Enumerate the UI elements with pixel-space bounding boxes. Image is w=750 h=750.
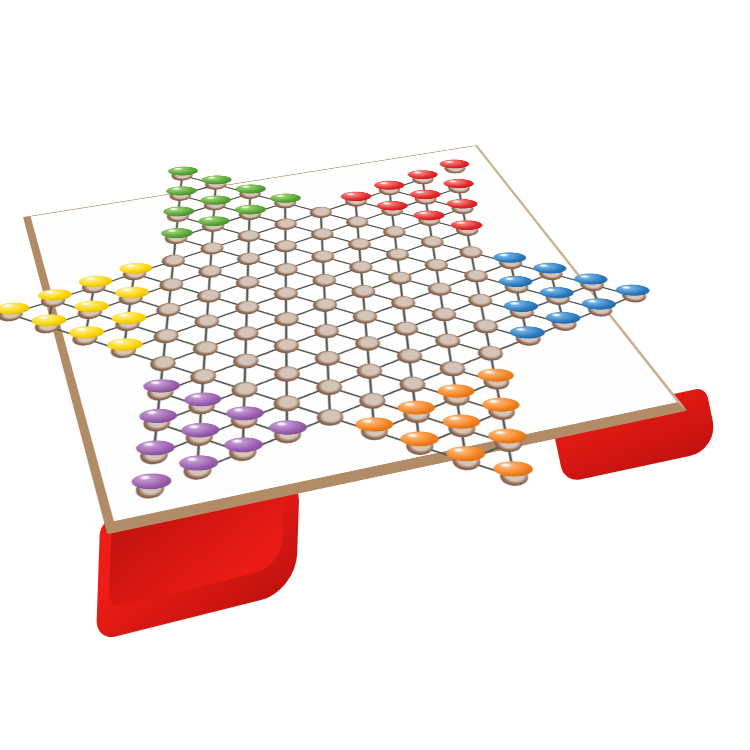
marble-orange xyxy=(397,401,435,415)
marble-orange xyxy=(437,384,475,398)
marble-red xyxy=(439,160,469,169)
marble-red xyxy=(450,220,482,230)
marble-orange xyxy=(476,369,514,382)
game-board xyxy=(23,145,687,534)
marble-blue xyxy=(503,300,539,312)
marble-red xyxy=(376,201,407,210)
marble-red xyxy=(340,192,371,201)
marble-orange xyxy=(487,429,527,444)
marble-purple xyxy=(130,473,172,489)
star-grid xyxy=(0,136,664,553)
marble-orange xyxy=(400,432,439,447)
board-scene xyxy=(0,0,750,750)
marble-blue xyxy=(533,263,568,274)
marble-red xyxy=(407,170,437,179)
marble-orange xyxy=(355,417,393,431)
marble-blue xyxy=(493,252,527,263)
marble-red xyxy=(374,181,404,190)
marble-blue xyxy=(509,326,546,338)
marble-orange xyxy=(482,398,521,412)
marble-green xyxy=(234,205,266,215)
marble-orange xyxy=(493,461,534,476)
lattice-lines xyxy=(0,136,664,553)
product-photo xyxy=(0,0,750,750)
marble-blue xyxy=(498,276,533,287)
marble-orange xyxy=(446,446,486,461)
marble-purple xyxy=(268,420,307,434)
marble-purple xyxy=(225,406,264,420)
marble-red xyxy=(443,179,474,188)
marble-red xyxy=(413,210,445,220)
marble-red xyxy=(410,190,441,199)
marble-orange xyxy=(442,414,481,428)
marble-red xyxy=(446,199,478,208)
